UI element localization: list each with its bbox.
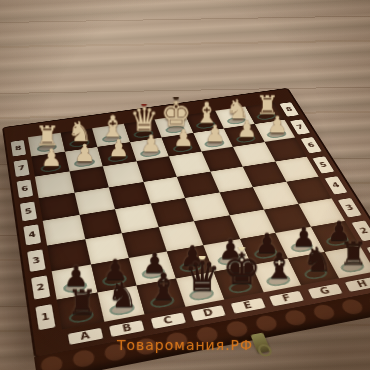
square-b1: ♞ [97, 285, 145, 322]
piece-white-pawn-a7: ♟ [40, 146, 62, 170]
piece-white-pawn-e7: ♟ [173, 127, 194, 150]
piece-black-king-e1: ♚ [222, 247, 261, 290]
rank-label: 7 [290, 119, 310, 134]
file-label-cell: H [339, 271, 370, 297]
piece-white-pawn-c7: ♟ [108, 136, 129, 160]
rank-label: 1 [35, 304, 55, 330]
rank-label: 6 [301, 137, 322, 153]
chess-board: 8♜♞♝♛♚♝♞♜87♟♟♟♟♟♟♟♟7665544332♟♟♟♟♟♟♟♟21♜… [2, 88, 370, 359]
rank-label: 5 [20, 201, 37, 221]
rank-label: 2 [31, 276, 50, 300]
file-label: B [109, 320, 145, 338]
piece-black-rook-h1: ♜ [340, 238, 369, 270]
file-label: H [345, 276, 370, 292]
square-c1: ♝ [136, 278, 184, 314]
chess-set: 8♜♞♝♛♚♝♞♜87♟♟♟♟♟♟♟♟7665544332♟♟♟♟♟♟♟♟21♜… [2, 88, 370, 359]
square-b5 [74, 187, 115, 215]
square-a7: ♟ [31, 151, 69, 176]
piece-white-pawn-b7: ♟ [74, 141, 95, 165]
rank-label: 8 [11, 140, 26, 156]
square-g4 [253, 182, 298, 209]
file-label: F [269, 290, 305, 306]
board-frame-corner [33, 330, 66, 357]
piece-black-queen-d1: ♛ [184, 256, 221, 297]
file-label: A [67, 327, 103, 345]
piece-white-pawn-h7: ♟ [267, 113, 287, 136]
watermark-text: Товаромания.РФ [117, 337, 253, 353]
piece-black-rook-a1: ♜ [66, 286, 97, 320]
file-label: E [230, 297, 266, 314]
rank-label: 5 [312, 156, 334, 173]
piece-white-pawn-f7: ♟ [205, 122, 226, 145]
finial-black-king [238, 244, 245, 251]
rank-label: 7 [14, 159, 30, 176]
piece-black-bishop-f1: ♝ [264, 247, 296, 283]
file-label: G [307, 283, 343, 299]
finial-black-queen [199, 253, 206, 260]
rank-label: 3 [27, 249, 45, 272]
square-b6 [69, 166, 109, 192]
piece-black-knight-g1: ♞ [302, 243, 332, 276]
piece-black-knight-b1: ♞ [107, 277, 138, 312]
piece-white-pawn-d7: ♟ [141, 131, 162, 154]
brass-latch [251, 332, 271, 353]
photo-scene: 8♜♞♝♛♚♝♞♜87♟♟♟♟♟♟♟♟7665544332♟♟♟♟♟♟♟♟21♜… [0, 0, 370, 370]
finial-white-queen [142, 100, 147, 105]
rank-label: 4 [325, 176, 348, 194]
finial-white-king [173, 94, 178, 99]
file-label: C [150, 312, 186, 329]
file-label: D [190, 305, 226, 322]
rank-label: 6 [17, 180, 33, 198]
rank-label: 4 [23, 224, 41, 245]
piece-white-pawn-g7: ♟ [236, 118, 257, 141]
piece-black-bishop-c1: ♝ [147, 268, 180, 305]
square-g5 [243, 161, 286, 187]
